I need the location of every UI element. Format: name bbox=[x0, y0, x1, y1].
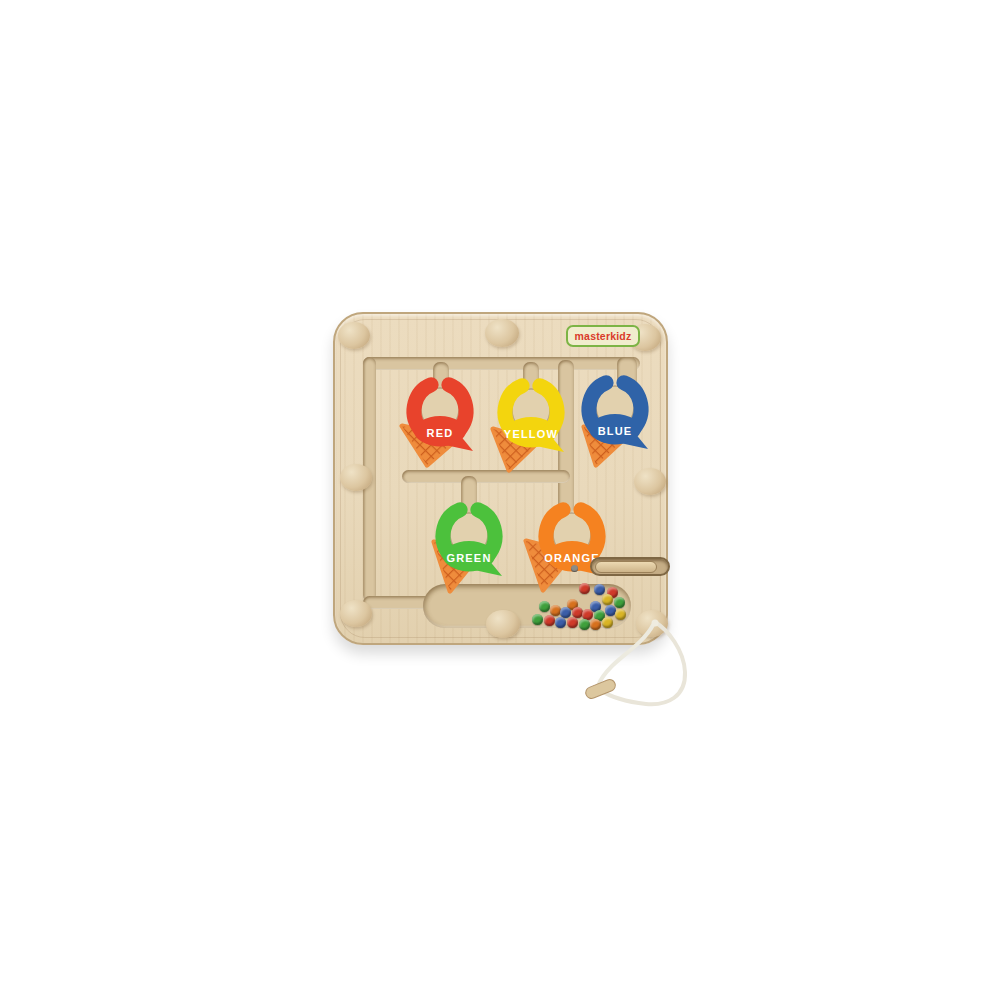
string-and-pen-graphic bbox=[0, 0, 1000, 1000]
string-knot bbox=[652, 620, 659, 627]
string-inner bbox=[598, 625, 653, 686]
product-photo-stage: REDYELLOWBLUEGREENORANGE masterkidz bbox=[0, 0, 1000, 1000]
